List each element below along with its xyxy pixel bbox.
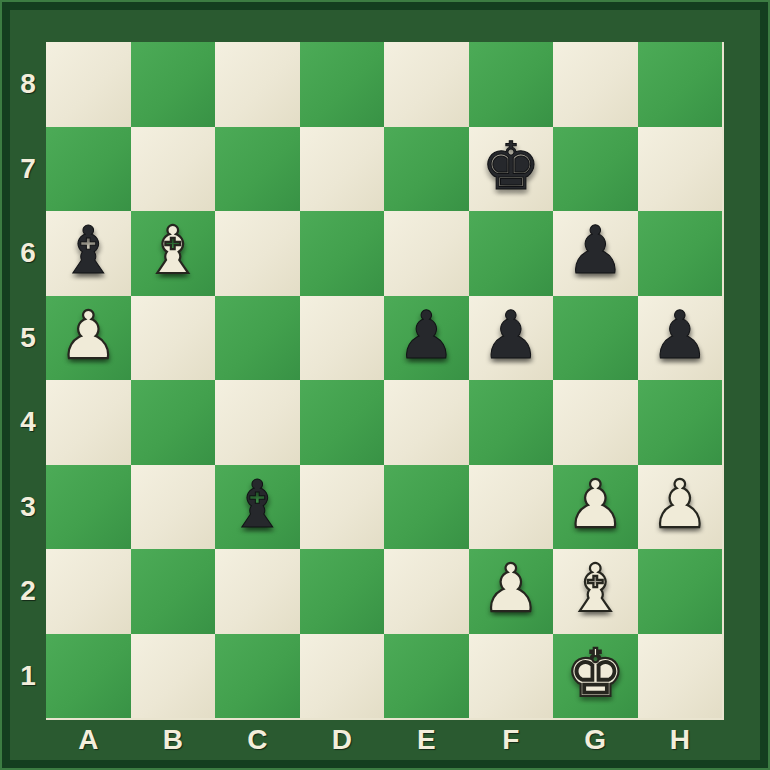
rank-label-1: 1 [10, 634, 46, 719]
square-a2[interactable] [46, 549, 131, 634]
square-h6[interactable] [638, 211, 723, 296]
square-e1[interactable] [384, 634, 469, 719]
square-c2[interactable] [215, 549, 300, 634]
square-c6[interactable] [215, 211, 300, 296]
square-a3[interactable] [46, 465, 131, 550]
square-f3[interactable] [469, 465, 554, 550]
square-h4[interactable] [638, 380, 723, 465]
square-d7[interactable] [300, 127, 385, 212]
square-d8[interactable] [300, 42, 385, 127]
square-d2[interactable] [300, 549, 385, 634]
square-a6[interactable]: ♝ [46, 211, 131, 296]
square-h2[interactable] [638, 549, 723, 634]
square-f6[interactable] [469, 211, 554, 296]
square-g1[interactable]: ♚ [553, 634, 638, 719]
file-label-b: B [131, 720, 216, 760]
square-h1[interactable] [638, 634, 723, 719]
black-pawn[interactable]: ♟ [566, 218, 625, 284]
rank-label-8: 8 [10, 42, 46, 127]
file-label-e: E [384, 720, 469, 760]
square-f8[interactable] [469, 42, 554, 127]
file-label-g: G [553, 720, 638, 760]
square-g7[interactable] [553, 127, 638, 212]
square-g4[interactable] [553, 380, 638, 465]
rank-label-4: 4 [10, 380, 46, 465]
square-c3[interactable]: ♝ [215, 465, 300, 550]
square-h3[interactable]: ♟ [638, 465, 723, 550]
square-g8[interactable] [553, 42, 638, 127]
black-bishop[interactable]: ♝ [59, 218, 118, 284]
square-d1[interactable] [300, 634, 385, 719]
rank-label-5: 5 [10, 296, 46, 381]
white-pawn[interactable]: ♟ [481, 556, 540, 622]
rank-label-2: 2 [10, 549, 46, 634]
square-e6[interactable] [384, 211, 469, 296]
square-a5[interactable]: ♟ [46, 296, 131, 381]
rank-labels: 87654321 [10, 42, 46, 718]
file-label-a: A [46, 720, 131, 760]
square-h7[interactable] [638, 127, 723, 212]
square-a4[interactable] [46, 380, 131, 465]
square-d5[interactable] [300, 296, 385, 381]
square-f1[interactable] [469, 634, 554, 719]
square-b6[interactable]: ♝ [131, 211, 216, 296]
square-e5[interactable]: ♟ [384, 296, 469, 381]
white-bishop[interactable]: ♝ [566, 556, 625, 622]
square-d3[interactable] [300, 465, 385, 550]
square-e3[interactable] [384, 465, 469, 550]
square-c4[interactable] [215, 380, 300, 465]
square-a7[interactable] [46, 127, 131, 212]
square-a1[interactable] [46, 634, 131, 719]
square-a8[interactable] [46, 42, 131, 127]
file-label-d: D [300, 720, 385, 760]
square-b2[interactable] [131, 549, 216, 634]
file-label-f: F [469, 720, 554, 760]
rank-label-3: 3 [10, 465, 46, 550]
rank-label-7: 7 [10, 127, 46, 212]
black-pawn[interactable]: ♟ [397, 303, 456, 369]
file-labels: ABCDEFGH [46, 720, 722, 760]
file-label-c: C [215, 720, 300, 760]
square-e4[interactable] [384, 380, 469, 465]
square-h5[interactable]: ♟ [638, 296, 723, 381]
square-d4[interactable] [300, 380, 385, 465]
square-g6[interactable]: ♟ [553, 211, 638, 296]
square-c8[interactable] [215, 42, 300, 127]
square-c1[interactable] [215, 634, 300, 719]
square-g3[interactable]: ♟ [553, 465, 638, 550]
chessboard[interactable]: ♚♝♝♟♟♟♟♟♝♟♟♟♝♚ [46, 42, 724, 720]
square-b1[interactable] [131, 634, 216, 719]
white-bishop[interactable]: ♝ [143, 218, 202, 284]
white-pawn[interactable]: ♟ [650, 472, 709, 538]
square-b3[interactable] [131, 465, 216, 550]
square-d6[interactable] [300, 211, 385, 296]
square-c7[interactable] [215, 127, 300, 212]
file-label-h: H [638, 720, 723, 760]
square-e8[interactable] [384, 42, 469, 127]
square-h8[interactable] [638, 42, 723, 127]
rank-label-6: 6 [10, 211, 46, 296]
square-e2[interactable] [384, 549, 469, 634]
square-g5[interactable] [553, 296, 638, 381]
black-pawn[interactable]: ♟ [650, 303, 709, 369]
black-king[interactable]: ♚ [481, 134, 540, 200]
square-b7[interactable] [131, 127, 216, 212]
white-pawn[interactable]: ♟ [566, 472, 625, 538]
square-f7[interactable]: ♚ [469, 127, 554, 212]
square-c5[interactable] [215, 296, 300, 381]
square-b5[interactable] [131, 296, 216, 381]
square-f4[interactable] [469, 380, 554, 465]
square-e7[interactable] [384, 127, 469, 212]
white-king[interactable]: ♚ [566, 641, 625, 707]
square-b4[interactable] [131, 380, 216, 465]
square-b8[interactable] [131, 42, 216, 127]
square-g2[interactable]: ♝ [553, 549, 638, 634]
black-bishop[interactable]: ♝ [228, 472, 287, 538]
square-f2[interactable]: ♟ [469, 549, 554, 634]
white-pawn[interactable]: ♟ [59, 303, 118, 369]
square-f5[interactable]: ♟ [469, 296, 554, 381]
black-pawn[interactable]: ♟ [481, 303, 540, 369]
